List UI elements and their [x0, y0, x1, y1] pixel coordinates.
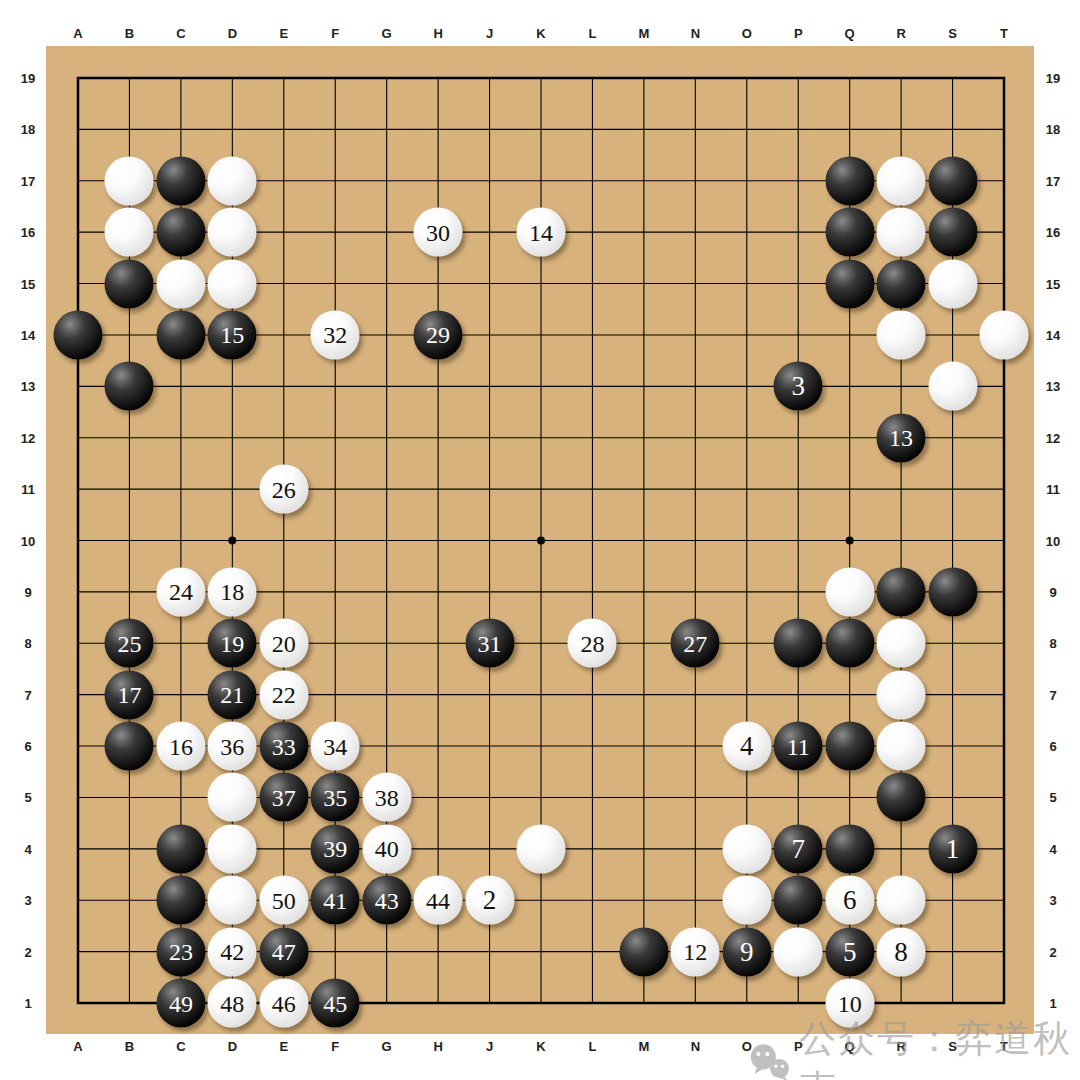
go-diagram-page: AABBCCDDEEFFGGHHJJKKLLMMNNOOPPQQRRSSTT19… — [0, 0, 1080, 1080]
stone-D2[interactable]: 42 — [208, 927, 257, 976]
coord-label-bottom-G: G — [382, 1040, 392, 1053]
move-number: 48 — [220, 991, 244, 1015]
stone-P2[interactable] — [774, 927, 823, 976]
stone-P8[interactable] — [774, 619, 823, 668]
stone-R6[interactable] — [877, 722, 926, 771]
coord-label-bottom-K: K — [536, 1040, 545, 1053]
coord-label-top-B: B — [125, 27, 134, 40]
coord-label-right-14: 14 — [1046, 328, 1060, 341]
stone-E2[interactable]: 47 — [259, 927, 308, 976]
coord-label-left-4: 4 — [24, 842, 31, 855]
stone-D6[interactable]: 36 — [208, 722, 257, 771]
stone-Q2[interactable]: 5 — [825, 927, 874, 976]
coord-label-left-17: 17 — [21, 174, 35, 187]
stone-S16[interactable] — [928, 208, 977, 257]
coord-label-top-G: G — [382, 27, 392, 40]
stone-R15[interactable] — [877, 259, 926, 308]
coord-label-right-18: 18 — [1046, 123, 1060, 136]
move-number: 31 — [478, 631, 502, 655]
stone-J8[interactable]: 31 — [465, 619, 514, 668]
stone-R9[interactable] — [877, 567, 926, 616]
coord-label-bottom-T: T — [1000, 1040, 1008, 1053]
stone-R3[interactable] — [877, 876, 926, 925]
coord-label-left-2: 2 — [24, 945, 31, 958]
stone-E11[interactable]: 26 — [259, 465, 308, 514]
move-number: 36 — [220, 734, 244, 758]
coord-label-left-10: 10 — [21, 534, 35, 547]
coord-label-left-5: 5 — [24, 791, 31, 804]
coord-label-right-13: 13 — [1046, 380, 1060, 393]
stone-F5[interactable]: 35 — [311, 773, 360, 822]
stone-G5[interactable]: 38 — [362, 773, 411, 822]
coord-label-right-12: 12 — [1046, 431, 1060, 444]
stone-C3[interactable] — [156, 876, 205, 925]
stone-C9[interactable]: 24 — [156, 567, 205, 616]
move-number: 42 — [220, 940, 244, 964]
coord-label-bottom-A: A — [73, 1040, 82, 1053]
coord-label-right-7: 7 — [1049, 688, 1056, 701]
coord-label-top-D: D — [228, 27, 237, 40]
stone-D1[interactable]: 48 — [208, 979, 257, 1028]
stone-C17[interactable] — [156, 156, 205, 205]
stone-S13[interactable] — [928, 362, 977, 411]
coord-label-right-3: 3 — [1049, 894, 1056, 907]
move-number: 38 — [375, 785, 399, 809]
stone-F14[interactable]: 32 — [311, 310, 360, 359]
stone-D14[interactable]: 15 — [208, 310, 257, 359]
stone-D9[interactable]: 18 — [208, 567, 257, 616]
move-number: 46 — [272, 991, 296, 1015]
coord-label-bottom-M: M — [638, 1040, 649, 1053]
coord-label-top-O: O — [742, 27, 752, 40]
move-number: 47 — [272, 940, 296, 964]
stone-Q8[interactable] — [825, 619, 874, 668]
coord-label-left-13: 13 — [21, 380, 35, 393]
coord-label-top-Q: Q — [845, 27, 855, 40]
move-number: 18 — [220, 580, 244, 604]
coord-label-right-11: 11 — [1046, 483, 1060, 496]
stone-M2[interactable] — [619, 927, 668, 976]
stone-Q16[interactable] — [825, 208, 874, 257]
move-number: 33 — [272, 734, 296, 758]
move-number: 34 — [323, 734, 347, 758]
move-number: 44 — [426, 888, 450, 912]
stone-E3[interactable]: 50 — [259, 876, 308, 925]
move-number: 49 — [169, 991, 193, 1015]
stone-R7[interactable] — [877, 670, 926, 719]
stone-E5[interactable]: 37 — [259, 773, 308, 822]
move-number: 14 — [529, 220, 553, 244]
coord-label-right-17: 17 — [1046, 174, 1060, 187]
stone-K4[interactable] — [517, 824, 566, 873]
move-number: 7 — [791, 835, 805, 862]
move-number: 15 — [220, 323, 244, 347]
move-number: 22 — [272, 683, 296, 707]
stone-H3[interactable]: 44 — [414, 876, 463, 925]
stone-E7[interactable]: 22 — [259, 670, 308, 719]
stone-Q17[interactable] — [825, 156, 874, 205]
move-number: 10 — [838, 991, 862, 1015]
coord-label-right-16: 16 — [1046, 226, 1060, 239]
coord-label-left-6: 6 — [24, 740, 31, 753]
coord-label-left-19: 19 — [21, 72, 35, 85]
coord-label-top-J: J — [486, 27, 493, 40]
coord-label-right-9: 9 — [1049, 585, 1056, 598]
move-number: 27 — [683, 631, 707, 655]
stone-R16[interactable] — [877, 208, 926, 257]
coord-label-right-2: 2 — [1049, 945, 1056, 958]
coord-label-left-12: 12 — [21, 431, 35, 444]
coord-label-bottom-B: B — [125, 1040, 134, 1053]
stone-C14[interactable] — [156, 310, 205, 359]
move-number: 3 — [791, 373, 805, 400]
move-number: 17 — [117, 683, 141, 707]
stone-K16[interactable]: 14 — [517, 208, 566, 257]
stone-H16[interactable]: 30 — [414, 208, 463, 257]
move-number: 25 — [117, 631, 141, 655]
coord-label-right-10: 10 — [1046, 534, 1060, 547]
coord-label-bottom-C: C — [176, 1040, 185, 1053]
stone-H14[interactable]: 29 — [414, 310, 463, 359]
move-number: 26 — [272, 477, 296, 501]
coord-label-top-T: T — [1000, 27, 1008, 40]
stone-A14[interactable] — [54, 310, 103, 359]
coord-label-bottom-H: H — [433, 1040, 442, 1053]
stone-P13[interactable]: 3 — [774, 362, 823, 411]
stone-Q15[interactable] — [825, 259, 874, 308]
stone-B6[interactable] — [105, 722, 154, 771]
stone-B15[interactable] — [105, 259, 154, 308]
stone-C6[interactable]: 16 — [156, 722, 205, 771]
coord-label-bottom-D: D — [228, 1040, 237, 1053]
move-number: 4 — [740, 733, 754, 760]
move-number: 40 — [375, 837, 399, 861]
coord-label-bottom-L: L — [588, 1040, 596, 1053]
coord-label-left-8: 8 — [24, 637, 31, 650]
coord-label-bottom-P: P — [794, 1040, 803, 1053]
stone-R5[interactable] — [877, 773, 926, 822]
stone-T14[interactable] — [980, 310, 1029, 359]
stone-Q9[interactable] — [825, 567, 874, 616]
move-number: 21 — [220, 683, 244, 707]
coord-label-top-N: N — [691, 27, 700, 40]
move-number: 16 — [169, 734, 193, 758]
stone-E8[interactable]: 20 — [259, 619, 308, 668]
stone-D16[interactable] — [208, 208, 257, 257]
board-grid — [0, 0, 1080, 1080]
coord-label-right-8: 8 — [1049, 637, 1056, 650]
stone-Q3[interactable]: 6 — [825, 876, 874, 925]
stone-J3[interactable]: 2 — [465, 876, 514, 925]
coord-label-top-R: R — [896, 27, 905, 40]
coord-label-top-F: F — [331, 27, 339, 40]
coord-label-left-1: 1 — [24, 997, 31, 1010]
stone-F3[interactable]: 41 — [311, 876, 360, 925]
move-number: 9 — [740, 938, 754, 965]
move-number: 6 — [843, 887, 857, 914]
stone-S17[interactable] — [928, 156, 977, 205]
stone-Q4[interactable] — [825, 824, 874, 873]
move-number: 50 — [272, 888, 296, 912]
coord-label-top-C: C — [176, 27, 185, 40]
move-number: 43 — [375, 888, 399, 912]
coord-label-bottom-R: R — [896, 1040, 905, 1053]
stone-O3[interactable] — [722, 876, 771, 925]
coord-label-top-A: A — [73, 27, 82, 40]
move-number: 35 — [323, 785, 347, 809]
move-number: 45 — [323, 991, 347, 1015]
stone-B13[interactable] — [105, 362, 154, 411]
stone-S4[interactable]: 1 — [928, 824, 977, 873]
coord-label-bottom-F: F — [331, 1040, 339, 1053]
stone-B8[interactable]: 25 — [105, 619, 154, 668]
coord-label-right-15: 15 — [1046, 277, 1060, 290]
move-number: 5 — [843, 938, 857, 965]
stone-O4[interactable] — [722, 824, 771, 873]
stone-Q1[interactable]: 10 — [825, 979, 874, 1028]
coord-label-bottom-S: S — [948, 1040, 957, 1053]
move-number: 20 — [272, 631, 296, 655]
stone-N8[interactable]: 27 — [671, 619, 720, 668]
stone-R12[interactable]: 13 — [877, 413, 926, 462]
stone-C16[interactable] — [156, 208, 205, 257]
coord-label-top-H: H — [433, 27, 442, 40]
coord-label-top-L: L — [588, 27, 596, 40]
move-number: 8 — [894, 938, 908, 965]
stone-B17[interactable] — [105, 156, 154, 205]
move-number: 29 — [426, 323, 450, 347]
stone-C2[interactable]: 23 — [156, 927, 205, 976]
stone-B7[interactable]: 17 — [105, 670, 154, 719]
coord-label-right-5: 5 — [1049, 791, 1056, 804]
move-number: 30 — [426, 220, 450, 244]
move-number: 1 — [946, 835, 960, 862]
stone-D4[interactable] — [208, 824, 257, 873]
coord-label-left-3: 3 — [24, 894, 31, 907]
stone-S15[interactable] — [928, 259, 977, 308]
coord-label-left-16: 16 — [21, 226, 35, 239]
move-number: 11 — [787, 734, 810, 758]
move-number: 12 — [683, 940, 707, 964]
coord-label-right-1: 1 — [1049, 997, 1056, 1010]
move-number: 23 — [169, 940, 193, 964]
move-number: 28 — [580, 631, 604, 655]
stone-D7[interactable]: 21 — [208, 670, 257, 719]
coord-label-top-S: S — [948, 27, 957, 40]
coord-label-bottom-E: E — [279, 1040, 288, 1053]
stone-R17[interactable] — [877, 156, 926, 205]
coord-label-bottom-Q: Q — [845, 1040, 855, 1053]
move-number: 24 — [169, 580, 193, 604]
coord-label-bottom-N: N — [691, 1040, 700, 1053]
coord-label-left-9: 9 — [24, 585, 31, 598]
stone-D17[interactable] — [208, 156, 257, 205]
stone-S9[interactable] — [928, 567, 977, 616]
stone-F4[interactable]: 39 — [311, 824, 360, 873]
stone-R8[interactable] — [877, 619, 926, 668]
move-number: 19 — [220, 631, 244, 655]
stone-G3[interactable]: 43 — [362, 876, 411, 925]
stone-B16[interactable] — [105, 208, 154, 257]
coord-label-left-15: 15 — [21, 277, 35, 290]
move-number: 41 — [323, 888, 347, 912]
stone-C15[interactable] — [156, 259, 205, 308]
coord-label-right-19: 19 — [1046, 72, 1060, 85]
stone-R2[interactable]: 8 — [877, 927, 926, 976]
stone-F1[interactable]: 45 — [311, 979, 360, 1028]
stone-E6[interactable]: 33 — [259, 722, 308, 771]
stone-L8[interactable]: 28 — [568, 619, 617, 668]
stone-C1[interactable]: 49 — [156, 979, 205, 1028]
move-number: 2 — [483, 887, 497, 914]
coord-label-bottom-J: J — [486, 1040, 493, 1053]
stone-D15[interactable] — [208, 259, 257, 308]
stone-D3[interactable] — [208, 876, 257, 925]
stone-Q6[interactable] — [825, 722, 874, 771]
coord-label-left-14: 14 — [21, 328, 35, 341]
stone-P3[interactable] — [774, 876, 823, 925]
stone-G4[interactable]: 40 — [362, 824, 411, 873]
stone-P4[interactable]: 7 — [774, 824, 823, 873]
coord-label-top-K: K — [536, 27, 545, 40]
stone-R14[interactable] — [877, 310, 926, 359]
stone-E1[interactable]: 46 — [259, 979, 308, 1028]
stone-D8[interactable]: 19 — [208, 619, 257, 668]
coord-label-top-M: M — [638, 27, 649, 40]
coord-label-top-P: P — [794, 27, 803, 40]
stone-F6[interactable]: 34 — [311, 722, 360, 771]
stone-O6[interactable]: 4 — [722, 722, 771, 771]
stone-O2[interactable]: 9 — [722, 927, 771, 976]
move-number: 37 — [272, 785, 296, 809]
stone-P6[interactable]: 11 — [774, 722, 823, 771]
stone-N2[interactable]: 12 — [671, 927, 720, 976]
stone-C4[interactable] — [156, 824, 205, 873]
coord-label-top-E: E — [279, 27, 288, 40]
stone-D5[interactable] — [208, 773, 257, 822]
coord-label-left-18: 18 — [21, 123, 35, 136]
move-number: 32 — [323, 323, 347, 347]
move-number: 39 — [323, 837, 347, 861]
coord-label-left-7: 7 — [24, 688, 31, 701]
coord-label-bottom-O: O — [742, 1040, 752, 1053]
coord-label-right-4: 4 — [1049, 842, 1056, 855]
coord-label-left-11: 11 — [21, 483, 35, 496]
move-number: 13 — [889, 426, 913, 450]
coord-label-right-6: 6 — [1049, 740, 1056, 753]
